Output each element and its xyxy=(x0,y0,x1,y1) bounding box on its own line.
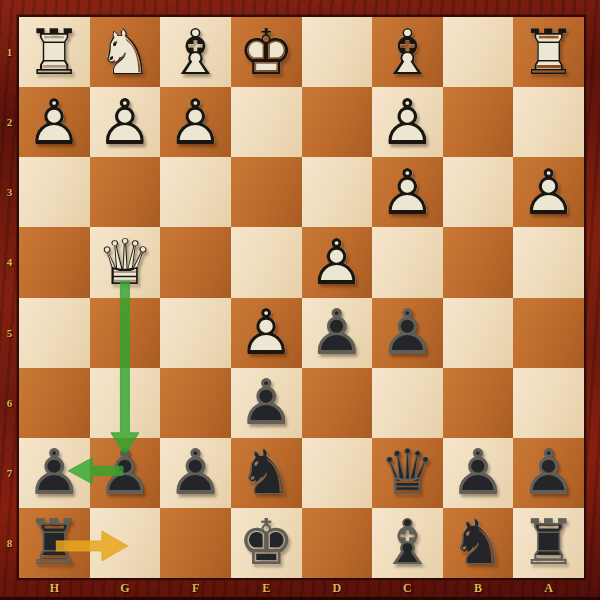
white-pawn-outline: ♙ xyxy=(160,87,231,157)
square-a5[interactable] xyxy=(513,298,584,368)
white-pawn-outline: ♙ xyxy=(19,87,90,157)
black-knight-outline: ♘ xyxy=(231,438,302,508)
square-a6[interactable] xyxy=(513,368,584,438)
square-d5[interactable]: ♟♙ xyxy=(302,298,373,368)
square-c2[interactable]: ♟♙ xyxy=(372,87,443,157)
square-d4[interactable]: ♟♙ xyxy=(302,227,373,297)
square-c3[interactable]: ♟♙ xyxy=(372,157,443,227)
square-e4[interactable] xyxy=(231,227,302,297)
white-pawn-outline: ♙ xyxy=(372,87,443,157)
square-g2[interactable]: ♟♙ xyxy=(90,87,161,157)
file-label-g: G xyxy=(90,580,161,598)
square-d2[interactable] xyxy=(302,87,373,157)
square-a3[interactable]: ♟♙ xyxy=(513,157,584,227)
square-a2[interactable] xyxy=(513,87,584,157)
rank-label-1: 1 xyxy=(0,17,19,87)
white-queen-outline: ♕ xyxy=(90,227,161,297)
square-b4[interactable] xyxy=(443,227,514,297)
square-g4[interactable]: ♛♕ xyxy=(90,227,161,297)
chess-board-frame: ♜♖♞♘♝♗♚♔♝♗♜♖♟♙♟♙♟♙♟♙♟♙♟♙♛♕♟♙♟♙♟♙♟♙♟♙♟♙♟♙… xyxy=(0,0,600,600)
black-bishop-outline: ♗ xyxy=(372,508,443,578)
square-c4[interactable] xyxy=(372,227,443,297)
square-g3[interactable] xyxy=(90,157,161,227)
rank-label-4: 4 xyxy=(0,227,19,297)
white-bishop-outline: ♗ xyxy=(372,17,443,87)
square-d7[interactable] xyxy=(302,438,373,508)
square-c5[interactable]: ♟♙ xyxy=(372,298,443,368)
black-pawn-outline: ♙ xyxy=(90,438,161,508)
square-d6[interactable] xyxy=(302,368,373,438)
square-e1[interactable]: ♚♔ xyxy=(231,17,302,87)
white-pawn-outline: ♙ xyxy=(302,227,373,297)
square-b2[interactable] xyxy=(443,87,514,157)
file-label-b: B xyxy=(443,580,514,598)
square-f6[interactable] xyxy=(160,368,231,438)
white-pawn-outline: ♙ xyxy=(231,298,302,368)
square-a4[interactable] xyxy=(513,227,584,297)
square-e7[interactable]: ♞♘ xyxy=(231,438,302,508)
square-h8[interactable]: ♜♖ xyxy=(19,508,90,578)
square-g1[interactable]: ♞♘ xyxy=(90,17,161,87)
black-knight-outline: ♘ xyxy=(443,508,514,578)
square-f2[interactable]: ♟♙ xyxy=(160,87,231,157)
square-h2[interactable]: ♟♙ xyxy=(19,87,90,157)
black-rook-outline: ♖ xyxy=(513,508,584,578)
white-knight-outline: ♘ xyxy=(90,17,161,87)
square-g7[interactable]: ♟♙ xyxy=(90,438,161,508)
white-pawn-outline: ♙ xyxy=(513,157,584,227)
square-h7[interactable]: ♟♙ xyxy=(19,438,90,508)
black-pawn-outline: ♙ xyxy=(160,438,231,508)
file-label-e: E xyxy=(231,580,302,598)
square-b1[interactable] xyxy=(443,17,514,87)
square-e2[interactable] xyxy=(231,87,302,157)
black-pawn-outline: ♙ xyxy=(302,298,373,368)
square-e6[interactable]: ♟♙ xyxy=(231,368,302,438)
square-d3[interactable] xyxy=(302,157,373,227)
square-a8[interactable]: ♜♖ xyxy=(513,508,584,578)
square-b8[interactable]: ♞♘ xyxy=(443,508,514,578)
square-e3[interactable] xyxy=(231,157,302,227)
square-c1[interactable]: ♝♗ xyxy=(372,17,443,87)
white-bishop-outline: ♗ xyxy=(160,17,231,87)
black-pawn-outline: ♙ xyxy=(19,438,90,508)
file-label-c: C xyxy=(372,580,443,598)
file-label-d: D xyxy=(302,580,373,598)
white-rook-outline: ♖ xyxy=(513,17,584,87)
chess-board: ♜♖♞♘♝♗♚♔♝♗♜♖♟♙♟♙♟♙♟♙♟♙♟♙♛♕♟♙♟♙♟♙♟♙♟♙♟♙♟♙… xyxy=(19,17,584,578)
square-g8[interactable] xyxy=(90,508,161,578)
rank-label-5: 5 xyxy=(0,298,19,368)
square-h4[interactable] xyxy=(19,227,90,297)
square-d1[interactable] xyxy=(302,17,373,87)
square-h6[interactable] xyxy=(19,368,90,438)
white-pawn-outline: ♙ xyxy=(90,87,161,157)
file-label-h: H xyxy=(19,580,90,598)
square-b3[interactable] xyxy=(443,157,514,227)
black-king-outline: ♔ xyxy=(231,508,302,578)
square-g5[interactable] xyxy=(90,298,161,368)
black-pawn-outline: ♙ xyxy=(372,298,443,368)
square-h1[interactable]: ♜♖ xyxy=(19,17,90,87)
square-f7[interactable]: ♟♙ xyxy=(160,438,231,508)
square-b5[interactable] xyxy=(443,298,514,368)
square-h5[interactable] xyxy=(19,298,90,368)
white-rook-outline: ♖ xyxy=(19,17,90,87)
square-f3[interactable] xyxy=(160,157,231,227)
square-h3[interactable] xyxy=(19,157,90,227)
black-rook-outline: ♖ xyxy=(19,508,90,578)
black-queen-outline: ♕ xyxy=(372,438,443,508)
file-label-f: F xyxy=(160,580,231,598)
square-e8[interactable]: ♚♔ xyxy=(231,508,302,578)
black-pawn-outline: ♙ xyxy=(513,438,584,508)
square-f5[interactable] xyxy=(160,298,231,368)
rank-label-2: 2 xyxy=(0,87,19,157)
black-pawn-outline: ♙ xyxy=(443,438,514,508)
black-pawn-outline: ♙ xyxy=(231,368,302,438)
square-c7[interactable]: ♛♕ xyxy=(372,438,443,508)
rank-label-7: 7 xyxy=(0,438,19,508)
square-f4[interactable] xyxy=(160,227,231,297)
square-f8[interactable] xyxy=(160,508,231,578)
square-a7[interactable]: ♟♙ xyxy=(513,438,584,508)
white-king-outline: ♔ xyxy=(231,17,302,87)
square-e5[interactable]: ♟♙ xyxy=(231,298,302,368)
square-b7[interactable]: ♟♙ xyxy=(443,438,514,508)
rank-label-8: 8 xyxy=(0,508,19,578)
square-a1[interactable]: ♜♖ xyxy=(513,17,584,87)
square-c6[interactable] xyxy=(372,368,443,438)
white-pawn-outline: ♙ xyxy=(372,157,443,227)
square-b6[interactable] xyxy=(443,368,514,438)
square-f1[interactable]: ♝♗ xyxy=(160,17,231,87)
file-label-a: A xyxy=(513,580,584,598)
square-d8[interactable] xyxy=(302,508,373,578)
rank-label-3: 3 xyxy=(0,157,19,227)
rank-label-6: 6 xyxy=(0,368,19,438)
square-g6[interactable] xyxy=(90,368,161,438)
square-c8[interactable]: ♝♗ xyxy=(372,508,443,578)
